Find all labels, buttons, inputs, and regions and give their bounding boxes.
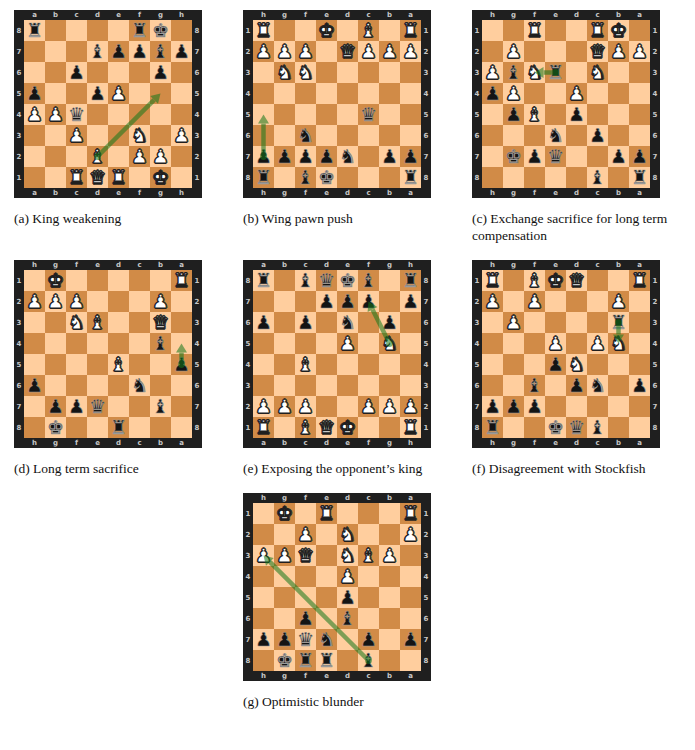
file-label: e — [116, 189, 121, 197]
square-h1: ♜ — [253, 20, 274, 41]
square-h3 — [253, 62, 274, 83]
black-queen: ♛ — [295, 629, 316, 650]
square-a8 — [629, 417, 650, 438]
black-king: ♚ — [45, 417, 66, 438]
rank-label: 1 — [246, 424, 251, 432]
square-c3: ♞ — [587, 62, 608, 83]
rank-label: 6 — [246, 319, 251, 327]
square-d1: ♛ — [566, 270, 587, 291]
square-h1: ♜ — [400, 417, 421, 438]
black-pawn: ♟ — [503, 104, 524, 125]
file-label: c — [595, 439, 599, 447]
square-g7: ♚ — [503, 146, 524, 167]
square-h6 — [482, 125, 503, 146]
file-label: g — [282, 189, 287, 197]
file-label: g — [511, 11, 516, 19]
square-a6 — [400, 608, 421, 629]
square-b3 — [45, 125, 66, 146]
white-pawn: ♟ — [274, 41, 295, 62]
square-a5 — [629, 354, 650, 375]
rank-label: 2 — [475, 48, 480, 56]
file-label: f — [367, 261, 370, 269]
square-b1 — [45, 167, 66, 188]
file-label: b — [53, 11, 58, 19]
square-e6 — [108, 62, 129, 83]
square-c4: ♟ — [587, 333, 608, 354]
rank-label: 7 — [475, 403, 480, 411]
square-f5: ♝ — [524, 104, 545, 125]
white-rook: ♜ — [171, 270, 192, 291]
square-h2 — [482, 41, 503, 62]
white-pawn: ♟ — [253, 396, 274, 417]
square-e2 — [108, 146, 129, 167]
square-a7: ♟ — [629, 146, 650, 167]
square-d5: ♟ — [566, 104, 587, 125]
square-e5 — [87, 354, 108, 375]
white-knight: ♞ — [274, 62, 295, 83]
file-label: a — [32, 189, 37, 197]
rank-label: 3 — [246, 69, 251, 77]
square-g4: ♟ — [503, 83, 524, 104]
square-b8 — [608, 417, 629, 438]
square-b7 — [379, 629, 400, 650]
file-label: a — [179, 261, 184, 269]
square-d3: ♞ — [337, 545, 358, 566]
white-knight: ♞ — [337, 545, 358, 566]
square-e1: ♚ — [337, 417, 358, 438]
black-rook: ♜ — [108, 417, 129, 438]
rank-label: 2 — [195, 298, 200, 306]
white-pawn: ♟ — [400, 524, 421, 545]
square-h7: ♟ — [253, 146, 274, 167]
square-e5: ♟ — [545, 354, 566, 375]
square-c7 — [358, 146, 379, 167]
file-label: c — [366, 189, 370, 197]
white-queen: ♛ — [87, 167, 108, 188]
square-b1 — [274, 417, 295, 438]
square-d8 — [337, 650, 358, 671]
file-label: h — [261, 494, 266, 502]
file-label: f — [75, 261, 78, 269]
black-bishop: ♝ — [295, 167, 316, 188]
square-h6 — [253, 125, 274, 146]
square-d6: ♝ — [337, 608, 358, 629]
square-d7 — [337, 629, 358, 650]
square-f2: ♟ — [66, 291, 87, 312]
square-g2: ♟ — [274, 41, 295, 62]
square-h3: ♟ — [171, 125, 192, 146]
rank-label: 3 — [424, 69, 429, 77]
square-f2: ♟ — [524, 291, 545, 312]
rank-label: 3 — [653, 69, 658, 77]
square-a8: ♜ — [24, 20, 45, 41]
square-b8 — [379, 167, 400, 188]
file-label: e — [324, 11, 329, 19]
black-pawn: ♟ — [400, 291, 421, 312]
file-label: a — [408, 189, 413, 197]
figure-row-3: hhggffeeddccbbaa1122334455667788♚♜♜♟♞♟♟♟… — [14, 493, 695, 710]
square-c2: ♛ — [587, 41, 608, 62]
figure-caption: (f) Disagreement with Stockfish — [472, 460, 684, 477]
file-label: d — [345, 11, 350, 19]
square-c3: ♝ — [358, 545, 379, 566]
square-h2: ♟ — [253, 41, 274, 62]
file-label: e — [345, 439, 350, 447]
square-g4 — [150, 104, 171, 125]
square-c2 — [358, 524, 379, 545]
square-b3: ♟ — [379, 545, 400, 566]
rank-label: 5 — [246, 594, 251, 602]
chess-diagram-c: hhggffeeddccbbaa1122334455667788♜♜♚♟♛♟♟♟… — [472, 10, 687, 244]
file-label: c — [595, 261, 599, 269]
rank-label: 2 — [424, 48, 429, 56]
square-b7: ♟ — [379, 146, 400, 167]
rank-label: 1 — [653, 27, 658, 35]
square-d5: ♞ — [566, 354, 587, 375]
rank-label: 6 — [17, 382, 22, 390]
white-rook: ♜ — [482, 270, 503, 291]
white-pawn: ♟ — [171, 125, 192, 146]
white-rook: ♜ — [66, 167, 87, 188]
white-pawn: ♟ — [379, 41, 400, 62]
file-label: g — [282, 494, 287, 502]
rank-label: 6 — [424, 615, 429, 623]
square-h5 — [482, 104, 503, 125]
square-f1 — [129, 167, 150, 188]
square-c5: ♛ — [358, 104, 379, 125]
file-label: h — [261, 672, 266, 680]
file-label: d — [324, 261, 329, 269]
white-pawn: ♟ — [150, 291, 171, 312]
square-c1 — [358, 503, 379, 524]
file-label: f — [533, 261, 536, 269]
black-knight: ♞ — [545, 125, 566, 146]
rank-label: 3 — [475, 69, 480, 77]
square-a3 — [171, 312, 192, 333]
square-d6: ♟ — [566, 375, 587, 396]
square-g6: ♟ — [150, 62, 171, 83]
square-g1: ♚ — [45, 270, 66, 291]
square-c8: ♝ — [358, 650, 379, 671]
square-a7 — [24, 41, 45, 62]
square-h6: ♟ — [24, 375, 45, 396]
black-rook: ♜ — [295, 650, 316, 671]
square-f8: ♜ — [129, 20, 150, 41]
square-h5 — [253, 104, 274, 125]
figure-caption: (b) Wing pawn push — [243, 210, 455, 227]
square-f1 — [358, 417, 379, 438]
square-d2: ♞ — [337, 524, 358, 545]
square-g3: ♟ — [274, 545, 295, 566]
black-pawn: ♟ — [316, 146, 337, 167]
square-f4 — [295, 566, 316, 587]
square-e6 — [316, 608, 337, 629]
square-b4 — [274, 354, 295, 375]
square-a1: ♜ — [171, 270, 192, 291]
square-b5 — [379, 104, 400, 125]
chess-board: ♚♜♜♟♞♟♟♟♛♞♝♟♟♟♟♝♟♟♛♞♟♟♚♜♜♝ — [253, 503, 421, 671]
black-knight: ♞ — [587, 375, 608, 396]
rank-label: 7 — [17, 403, 22, 411]
square-f6 — [358, 312, 379, 333]
board-frame: aabbccddeeffgghh8877665544332211♜♜♚♝♟♟♝♟… — [14, 10, 202, 198]
black-rook: ♜ — [608, 312, 629, 333]
file-label: b — [616, 11, 621, 19]
file-label: b — [387, 189, 392, 197]
rank-label: 4 — [424, 361, 429, 369]
white-bishop: ♝ — [358, 545, 379, 566]
square-f5 — [66, 354, 87, 375]
rank-label: 2 — [246, 403, 251, 411]
file-label: c — [366, 11, 370, 19]
square-b5 — [150, 354, 171, 375]
square-a1: ♜ — [400, 20, 421, 41]
black-queen: ♛ — [316, 270, 337, 291]
white-king: ♚ — [45, 270, 66, 291]
square-c5 — [358, 587, 379, 608]
square-c2 — [587, 291, 608, 312]
square-f1 — [295, 503, 316, 524]
rank-label: 1 — [17, 174, 22, 182]
file-label: e — [553, 11, 558, 19]
file-label: e — [553, 261, 558, 269]
rank-label: 8 — [195, 424, 200, 432]
square-h6 — [253, 608, 274, 629]
square-c6: ♞ — [587, 375, 608, 396]
white-queen: ♛ — [150, 312, 171, 333]
square-h8: ♜ — [253, 167, 274, 188]
rank-label: 8 — [424, 657, 429, 665]
black-pawn: ♟ — [295, 146, 316, 167]
square-f6: ♝ — [524, 375, 545, 396]
figure-caption: (c) Exchange sacrifice for long term com… — [472, 210, 684, 244]
file-label: h — [490, 189, 495, 197]
rank-label: 4 — [475, 340, 480, 348]
square-c8 — [358, 167, 379, 188]
black-pawn: ♟ — [337, 587, 358, 608]
white-bishop: ♝ — [524, 270, 545, 291]
square-d7 — [108, 396, 129, 417]
square-d5: ♟ — [337, 587, 358, 608]
rank-label: 3 — [653, 319, 658, 327]
square-e7 — [545, 396, 566, 417]
square-b6 — [608, 125, 629, 146]
file-label: f — [304, 494, 307, 502]
square-e6: ♞ — [545, 125, 566, 146]
square-h8 — [482, 167, 503, 188]
rank-label: 4 — [653, 340, 658, 348]
square-f8: ♝ — [358, 270, 379, 291]
file-label: g — [511, 261, 516, 269]
white-rook: ♜ — [108, 167, 129, 188]
square-f4 — [524, 83, 545, 104]
square-g4 — [379, 354, 400, 375]
square-a5: ♟ — [171, 354, 192, 375]
rank-label: 8 — [195, 27, 200, 35]
square-h7: ♟ — [482, 396, 503, 417]
black-pawn: ♟ — [150, 62, 171, 83]
square-e8: ♜ — [316, 650, 337, 671]
rank-label: 3 — [424, 552, 429, 560]
square-c2: ♟ — [358, 41, 379, 62]
square-e6: ♞ — [337, 312, 358, 333]
file-label: c — [74, 11, 78, 19]
square-a6: ♟ — [629, 375, 650, 396]
rank-label: 4 — [17, 111, 22, 119]
black-pawn: ♟ — [566, 104, 587, 125]
square-h7 — [482, 146, 503, 167]
file-label: e — [553, 439, 558, 447]
square-g8 — [274, 167, 295, 188]
square-a8: ♜ — [253, 270, 274, 291]
file-label: g — [282, 672, 287, 680]
square-f7: ♟ — [524, 146, 545, 167]
black-bishop: ♝ — [150, 396, 171, 417]
square-b4: ♝ — [150, 333, 171, 354]
file-label: f — [304, 11, 307, 19]
square-b8 — [608, 167, 629, 188]
white-pawn: ♟ — [400, 396, 421, 417]
black-queen: ♛ — [566, 417, 587, 438]
square-d1: ♛ — [316, 417, 337, 438]
square-e3: ♜ — [545, 62, 566, 83]
rank-label: 7 — [246, 636, 251, 644]
square-b7 — [274, 291, 295, 312]
file-label: d — [574, 189, 579, 197]
white-pawn: ♟ — [566, 83, 587, 104]
square-g7: ♝ — [150, 41, 171, 62]
square-e4 — [87, 333, 108, 354]
square-h8: ♜ — [482, 417, 503, 438]
file-label: e — [95, 261, 100, 269]
black-pawn: ♟ — [274, 629, 295, 650]
white-king: ♚ — [545, 270, 566, 291]
square-c8: ♝ — [587, 167, 608, 188]
board-frame: hhggffeeddccbbaa1122334455667788♚♜♟♟♟♟♞♝… — [14, 260, 202, 448]
square-d7: ♟ — [316, 291, 337, 312]
white-knight: ♞ — [129, 125, 150, 146]
square-c1 — [587, 270, 608, 291]
white-queen: ♛ — [337, 41, 358, 62]
square-c3 — [129, 312, 150, 333]
file-label: e — [345, 261, 350, 269]
file-label: c — [303, 439, 307, 447]
file-label: c — [303, 261, 307, 269]
rank-label: 8 — [424, 277, 429, 285]
black-pawn: ♟ — [316, 291, 337, 312]
square-a3 — [253, 375, 274, 396]
black-pawn: ♟ — [337, 291, 358, 312]
square-d6 — [337, 125, 358, 146]
white-pawn: ♟ — [337, 566, 358, 587]
square-b3: ♛ — [150, 312, 171, 333]
rank-label: 2 — [246, 48, 251, 56]
rank-label: 2 — [17, 298, 22, 306]
square-g4 — [503, 333, 524, 354]
rank-label: 6 — [246, 615, 251, 623]
board-frame: hhggffeeddccbbaa1122334455667788♜♝♚♛♜♟♟♟… — [472, 260, 660, 448]
rank-label: 1 — [17, 277, 22, 285]
square-a2: ♟ — [400, 41, 421, 62]
rank-label: 2 — [475, 298, 480, 306]
white-pawn: ♟ — [503, 41, 524, 62]
board-frame: aabbccddeeffgghh8877665544332211♜♝♛♚♝♜♟♟… — [243, 260, 431, 448]
square-f7: ♟ — [358, 291, 379, 312]
square-g1 — [503, 270, 524, 291]
square-c5 — [587, 104, 608, 125]
rank-label: 5 — [475, 111, 480, 119]
square-e3: ♝ — [87, 312, 108, 333]
square-f3: ♞ — [66, 312, 87, 333]
file-label: b — [158, 261, 163, 269]
black-pawn: ♟ — [295, 312, 316, 333]
square-d3 — [566, 312, 587, 333]
file-label: h — [490, 439, 495, 447]
white-rook: ♜ — [400, 503, 421, 524]
black-rook: ♜ — [129, 20, 150, 41]
rank-label: 3 — [195, 319, 200, 327]
square-e4 — [545, 83, 566, 104]
square-b2: ♟ — [150, 291, 171, 312]
square-g8: ♚ — [150, 20, 171, 41]
rank-label: 5 — [195, 361, 200, 369]
square-d6 — [108, 375, 129, 396]
square-d2: ♛ — [337, 41, 358, 62]
square-h5 — [24, 354, 45, 375]
white-king: ♚ — [608, 20, 629, 41]
file-label: b — [282, 261, 287, 269]
rank-label: 8 — [475, 424, 480, 432]
square-f6 — [66, 375, 87, 396]
rank-label: 7 — [653, 153, 658, 161]
square-a6: ♟ — [253, 312, 274, 333]
file-label: a — [637, 189, 642, 197]
square-c8: ♝ — [587, 417, 608, 438]
file-label: e — [553, 189, 558, 197]
square-f8: ♝ — [295, 167, 316, 188]
file-label: f — [304, 189, 307, 197]
black-rook: ♜ — [400, 167, 421, 188]
rank-label: 1 — [246, 510, 251, 518]
square-b4 — [608, 83, 629, 104]
white-pawn: ♟ — [524, 291, 545, 312]
square-g3: ♟ — [503, 312, 524, 333]
square-b4: ♟ — [45, 104, 66, 125]
square-a6 — [629, 125, 650, 146]
square-h4 — [253, 83, 274, 104]
square-h4 — [171, 104, 192, 125]
white-pawn: ♟ — [295, 396, 316, 417]
square-d1 — [337, 503, 358, 524]
black-knight: ♞ — [129, 375, 150, 396]
square-g1: ♚ — [274, 503, 295, 524]
white-king: ♚ — [274, 503, 295, 524]
file-label: e — [95, 439, 100, 447]
white-pawn: ♟ — [295, 524, 316, 545]
white-pawn: ♟ — [45, 291, 66, 312]
black-pawn: ♟ — [379, 146, 400, 167]
square-e3 — [545, 312, 566, 333]
rank-label: 5 — [653, 111, 658, 119]
black-king: ♚ — [337, 270, 358, 291]
square-d2 — [566, 41, 587, 62]
white-pawn: ♟ — [45, 104, 66, 125]
square-d8: ♜ — [108, 417, 129, 438]
square-d3 — [316, 375, 337, 396]
square-a5 — [253, 333, 274, 354]
rank-label: 5 — [424, 594, 429, 602]
square-g5 — [503, 354, 524, 375]
